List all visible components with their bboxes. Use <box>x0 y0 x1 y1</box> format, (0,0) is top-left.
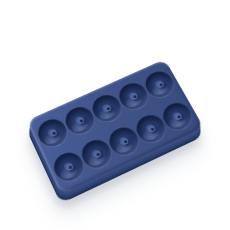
mancala-tray-board <box>27 59 204 194</box>
photo-background <box>0 0 230 230</box>
pit-grid <box>27 59 204 194</box>
